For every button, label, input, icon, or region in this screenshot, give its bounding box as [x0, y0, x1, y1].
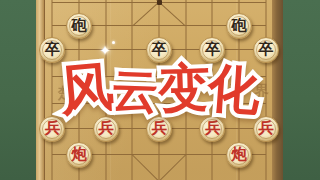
video-frame: 楚河 漢界 砲砲卒卒卒卒兵兵兵兵兵炮炮 ✦ 风云变化 [0, 0, 320, 180]
piece-glyph: 兵 [205, 121, 220, 136]
piece-glyph: 兵 [45, 121, 60, 136]
title-char: 风 [58, 60, 117, 119]
piece-glyph: 兵 [152, 121, 167, 136]
piece-glyph: 炮 [71, 147, 86, 162]
piece-glyph: 兵 [98, 121, 113, 136]
title-char: 云 [111, 66, 160, 115]
piece-red-cannon[interactable]: 炮 [226, 142, 252, 168]
title-overlay: 风云变化 [57, 54, 263, 122]
piece-glyph: 炮 [232, 147, 247, 162]
piece-glyph: 砲 [71, 18, 86, 33]
title-char: 变 [157, 61, 211, 115]
piece-glyph: 砲 [232, 18, 247, 33]
piece-red-cannon[interactable]: 炮 [66, 142, 92, 168]
title-char: 化 [206, 61, 262, 117]
piece-black-cannon[interactable]: 砲 [66, 13, 92, 39]
piece-black-cannon[interactable]: 砲 [226, 13, 252, 39]
piece-glyph: 兵 [258, 121, 273, 136]
